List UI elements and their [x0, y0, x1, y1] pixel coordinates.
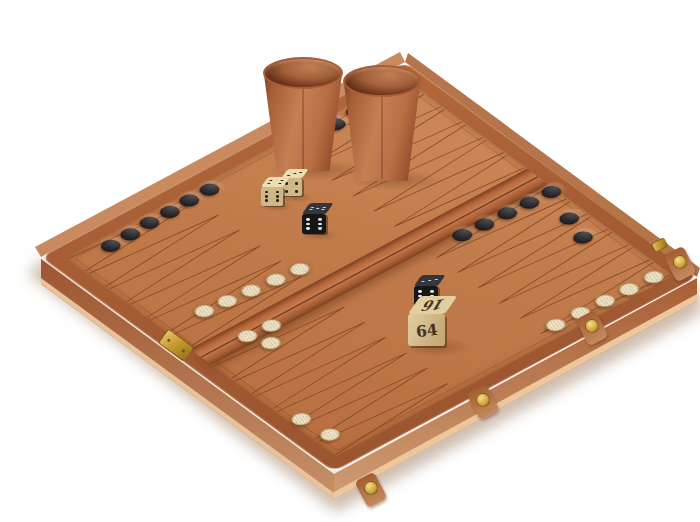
pip — [298, 173, 302, 174]
pip — [280, 180, 284, 181]
wooden-die — [261, 177, 283, 206]
pip — [285, 186, 288, 188]
black-die — [302, 203, 326, 234]
cup-seam — [381, 84, 383, 179]
pip — [424, 290, 428, 293]
pip — [276, 199, 279, 202]
pip — [421, 281, 425, 282]
pip — [321, 209, 325, 210]
pip — [306, 227, 310, 230]
wood-grain — [538, 312, 576, 336]
dice-cup-1 — [263, 57, 343, 171]
die-face — [261, 187, 283, 206]
cube-front-face: 64 — [408, 314, 445, 347]
pip — [312, 227, 316, 230]
pip — [306, 218, 310, 221]
pip — [293, 173, 297, 174]
pip — [427, 281, 431, 282]
dice-cup-2 — [343, 65, 421, 181]
pip — [270, 199, 273, 202]
pip — [292, 175, 296, 176]
brass-snap — [585, 319, 599, 333]
pip — [287, 175, 291, 176]
cup-rim — [263, 57, 343, 89]
die-face — [302, 214, 326, 234]
cube-front-label: 64 — [415, 319, 439, 340]
pip — [290, 182, 293, 184]
pip — [315, 209, 319, 210]
cube-top-label: 16 — [418, 296, 448, 314]
pip — [309, 209, 313, 210]
pip — [265, 191, 268, 194]
pip — [273, 183, 277, 184]
brass-corner-plate — [651, 237, 669, 253]
pip — [297, 175, 301, 176]
pip — [278, 183, 282, 184]
pip — [274, 180, 278, 181]
pip — [265, 199, 268, 202]
pip — [430, 290, 434, 293]
pip — [418, 290, 422, 293]
brass-snap — [476, 393, 490, 407]
pip — [312, 223, 316, 226]
doubling-cube: 1664 — [408, 296, 445, 346]
pip — [276, 195, 279, 198]
pip — [269, 180, 273, 181]
pip — [318, 223, 322, 226]
pip — [267, 183, 271, 184]
pip — [288, 173, 292, 174]
pip — [295, 182, 298, 184]
pip — [290, 190, 293, 192]
pip — [270, 195, 273, 198]
pip — [295, 186, 298, 188]
pip — [295, 190, 298, 192]
pip — [285, 190, 288, 192]
pip — [433, 281, 437, 282]
pip — [318, 218, 322, 221]
cup-seam — [302, 75, 304, 168]
brass-snap — [364, 481, 378, 495]
pip — [312, 218, 316, 221]
pip — [290, 186, 293, 188]
pip — [276, 191, 279, 194]
backgammon-set-photo: ●●●●●●●●●●●●●●●●●●●●●●●●●●●●●● 1664 — [0, 0, 700, 522]
pip — [306, 223, 310, 226]
pip — [318, 227, 322, 230]
brass-snap — [673, 255, 687, 269]
pip — [270, 191, 273, 194]
pip — [265, 195, 268, 198]
